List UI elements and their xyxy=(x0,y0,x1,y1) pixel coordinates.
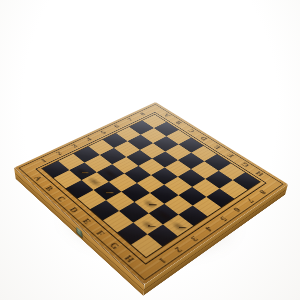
file-label-top-A: A xyxy=(162,113,172,119)
rank-label-left-8: 8 xyxy=(138,111,147,116)
file-label-bottom-F: F xyxy=(94,229,107,238)
file-label-top-G: G xyxy=(239,161,250,168)
rank-label-right-4: 4 xyxy=(203,225,215,233)
file-label-top-E: E xyxy=(212,144,222,150)
file-label-bottom-A: A xyxy=(32,175,44,183)
rank-label-right-5: 5 xyxy=(218,215,229,223)
file-label-top-D: D xyxy=(199,136,210,142)
file-label-top-F: F xyxy=(226,153,236,159)
rank-label-right-3: 3 xyxy=(188,235,200,244)
rank-label-left-5: 5 xyxy=(99,130,108,136)
white-pawn-glyph: ♟ xyxy=(97,174,117,196)
rank-label-right-6: 6 xyxy=(232,206,243,214)
clasp-latch-icon xyxy=(76,226,82,238)
rank-label-right-7: 7 xyxy=(245,197,256,204)
rank-label-left-1: 1 xyxy=(39,157,48,163)
file-label-bottom-H: H xyxy=(122,254,136,265)
rank-label-left-7: 7 xyxy=(126,117,135,122)
rank-label-right-1: 1 xyxy=(156,256,168,265)
file-label-bottom-D: D xyxy=(67,206,80,215)
black-pawn-glyph: ♟ xyxy=(138,206,159,229)
product-photo: AA11BB22CC33DD44EE55FF66GG77HH88 ♛♚♟♟♝♟♟… xyxy=(0,0,300,300)
rank-label-left-4: 4 xyxy=(84,136,93,142)
file-label-bottom-C: C xyxy=(55,195,68,203)
file-label-top-C: C xyxy=(186,128,196,134)
file-label-bottom-G: G xyxy=(108,241,122,251)
chess-board-box: AA11BB22CC33DD44EE55FF66GG77HH88 ♛♚♟♟♝♟♟… xyxy=(48,73,253,278)
file-label-top-B: B xyxy=(174,120,184,126)
file-label-top-H: H xyxy=(254,170,266,177)
black-pawn-glyph: ♟ xyxy=(168,208,189,231)
file-label-bottom-B: B xyxy=(43,185,55,193)
rank-label-right-8: 8 xyxy=(257,188,268,195)
rank-label-left-2: 2 xyxy=(55,150,64,156)
rank-label-right-2: 2 xyxy=(173,245,185,254)
file-label-bottom-E: E xyxy=(80,217,93,226)
rank-label-left-6: 6 xyxy=(112,123,121,128)
rank-label-left-3: 3 xyxy=(70,143,79,149)
